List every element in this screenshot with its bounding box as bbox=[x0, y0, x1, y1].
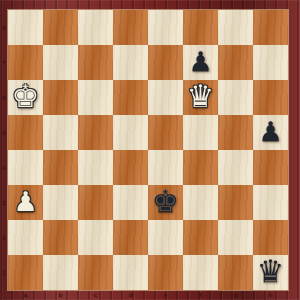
square-f7[interactable]: ♟ bbox=[183, 45, 218, 80]
square-e6[interactable] bbox=[148, 80, 183, 115]
square-b1[interactable] bbox=[43, 255, 78, 290]
square-h7[interactable] bbox=[253, 45, 288, 80]
square-d5[interactable] bbox=[113, 115, 148, 150]
piece-white-queen[interactable]: ♛ bbox=[187, 79, 215, 114]
piece-white-pawn[interactable]: ♟ bbox=[13, 184, 37, 219]
square-e8[interactable] bbox=[148, 10, 183, 45]
square-e2[interactable] bbox=[148, 220, 183, 255]
square-h2[interactable] bbox=[253, 220, 288, 255]
square-a3[interactable]: ♟ bbox=[8, 185, 43, 220]
square-c5[interactable] bbox=[78, 115, 113, 150]
square-e5[interactable] bbox=[148, 115, 183, 150]
board-frame: 87654321 ♟♚♛♟♟♚♛ abcdefgh bbox=[0, 0, 300, 300]
rank-label-3: 3 bbox=[0, 185, 8, 220]
square-d7[interactable] bbox=[113, 45, 148, 80]
square-a1[interactable] bbox=[8, 255, 43, 290]
square-c4[interactable] bbox=[78, 150, 113, 185]
square-c6[interactable] bbox=[78, 80, 113, 115]
square-h1[interactable]: ♛ bbox=[253, 255, 288, 290]
square-g5[interactable] bbox=[218, 115, 253, 150]
square-c3[interactable] bbox=[78, 185, 113, 220]
square-d4[interactable] bbox=[113, 150, 148, 185]
square-d1[interactable] bbox=[113, 255, 148, 290]
file-labels: abcdefgh bbox=[8, 290, 288, 300]
file-label-e: e bbox=[148, 290, 183, 300]
square-c2[interactable] bbox=[78, 220, 113, 255]
piece-black-queen[interactable]: ♛ bbox=[257, 254, 285, 289]
square-b6[interactable] bbox=[43, 80, 78, 115]
rank-label-7: 7 bbox=[0, 45, 8, 80]
square-g7[interactable] bbox=[218, 45, 253, 80]
square-a7[interactable] bbox=[8, 45, 43, 80]
rank-labels: 87654321 bbox=[0, 10, 8, 290]
square-f3[interactable] bbox=[183, 185, 218, 220]
square-g3[interactable] bbox=[218, 185, 253, 220]
piece-white-king[interactable]: ♚ bbox=[12, 79, 40, 114]
square-e4[interactable] bbox=[148, 150, 183, 185]
square-e1[interactable] bbox=[148, 255, 183, 290]
square-f6[interactable]: ♛ bbox=[183, 80, 218, 115]
square-b3[interactable] bbox=[43, 185, 78, 220]
square-f1[interactable] bbox=[183, 255, 218, 290]
square-g6[interactable] bbox=[218, 80, 253, 115]
file-label-f: f bbox=[183, 290, 218, 300]
square-h8[interactable] bbox=[253, 10, 288, 45]
rank-label-6: 6 bbox=[0, 80, 8, 115]
file-label-g: g bbox=[218, 290, 253, 300]
square-c7[interactable] bbox=[78, 45, 113, 80]
square-g2[interactable] bbox=[218, 220, 253, 255]
square-b7[interactable] bbox=[43, 45, 78, 80]
square-b4[interactable] bbox=[43, 150, 78, 185]
rank-label-4: 4 bbox=[0, 150, 8, 185]
square-f4[interactable] bbox=[183, 150, 218, 185]
piece-black-king[interactable]: ♚ bbox=[152, 184, 180, 219]
file-label-a: a bbox=[8, 290, 43, 300]
square-b8[interactable] bbox=[43, 10, 78, 45]
piece-black-pawn[interactable]: ♟ bbox=[188, 44, 212, 79]
square-d3[interactable] bbox=[113, 185, 148, 220]
square-c8[interactable] bbox=[78, 10, 113, 45]
rank-label-5: 5 bbox=[0, 115, 8, 150]
chess-board: ♟♚♛♟♟♚♛ bbox=[8, 10, 288, 290]
square-e3[interactable]: ♚ bbox=[148, 185, 183, 220]
file-label-b: b bbox=[43, 290, 78, 300]
square-f5[interactable] bbox=[183, 115, 218, 150]
square-f2[interactable] bbox=[183, 220, 218, 255]
square-a6[interactable]: ♚ bbox=[8, 80, 43, 115]
square-c1[interactable] bbox=[78, 255, 113, 290]
square-h4[interactable] bbox=[253, 150, 288, 185]
square-b2[interactable] bbox=[43, 220, 78, 255]
rank-label-8: 8 bbox=[0, 10, 8, 45]
square-f8[interactable] bbox=[183, 10, 218, 45]
piece-black-pawn[interactable]: ♟ bbox=[258, 114, 282, 149]
square-a8[interactable] bbox=[8, 10, 43, 45]
file-label-c: c bbox=[78, 290, 113, 300]
square-h3[interactable] bbox=[253, 185, 288, 220]
square-a2[interactable] bbox=[8, 220, 43, 255]
file-label-h: h bbox=[253, 290, 288, 300]
square-d8[interactable] bbox=[113, 10, 148, 45]
square-g4[interactable] bbox=[218, 150, 253, 185]
square-d6[interactable] bbox=[113, 80, 148, 115]
square-b5[interactable] bbox=[43, 115, 78, 150]
square-h5[interactable]: ♟ bbox=[253, 115, 288, 150]
square-e7[interactable] bbox=[148, 45, 183, 80]
square-g8[interactable] bbox=[218, 10, 253, 45]
square-a5[interactable] bbox=[8, 115, 43, 150]
square-h6[interactable] bbox=[253, 80, 288, 115]
square-a4[interactable] bbox=[8, 150, 43, 185]
square-g1[interactable] bbox=[218, 255, 253, 290]
rank-label-1: 1 bbox=[0, 255, 8, 290]
square-d2[interactable] bbox=[113, 220, 148, 255]
rank-label-2: 2 bbox=[0, 220, 8, 255]
file-label-d: d bbox=[113, 290, 148, 300]
